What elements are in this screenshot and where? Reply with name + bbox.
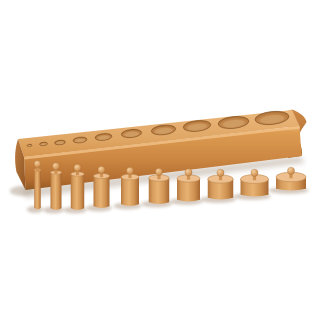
knob-icon (287, 167, 294, 174)
cylinder-body (34, 170, 41, 210)
cylinder-hole-1 (27, 144, 32, 147)
knobbed-cylinder-9[interactable] (233, 169, 271, 200)
cylinder-body (51, 173, 62, 211)
knob-icon (126, 167, 133, 174)
knob-icon (155, 168, 162, 175)
cylinder-body (94, 176, 110, 208)
knob-icon (185, 169, 192, 176)
knob-icon (98, 166, 105, 173)
knob-icon (52, 163, 59, 170)
cylinder-body (121, 177, 139, 206)
knob-icon (251, 169, 258, 176)
knob-icon (34, 161, 41, 168)
cylinder-body (71, 174, 85, 210)
knob-icon (217, 169, 224, 176)
knob-icon (74, 164, 81, 171)
knobbed-cylinder-10[interactable] (269, 167, 309, 194)
cylinder-body (149, 178, 170, 204)
cylinder-hole-2 (39, 142, 47, 146)
product-photo (0, 0, 320, 320)
cylinder-block-scene (0, 0, 320, 320)
